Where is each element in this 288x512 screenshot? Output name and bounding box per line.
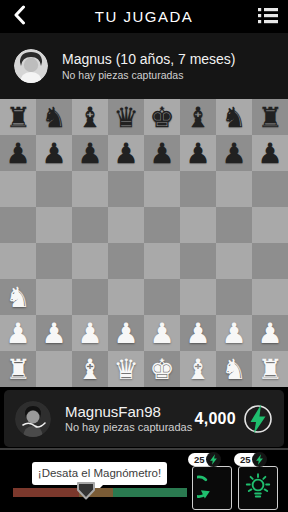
piece-black-pawn[interactable]: ♟ [216,135,252,171]
square-c2[interactable]: ♟ [72,315,108,351]
square-g8[interactable]: ♞ [216,99,252,135]
bottom-controls: ¡Desata el Magnómetro! [0,450,288,512]
square-f3[interactable] [180,279,216,315]
badge-bolt-icon [206,452,221,467]
square-f7[interactable]: ♟ [180,135,216,171]
square-c5[interactable] [72,207,108,243]
piece-black-pawn[interactable]: ♟ [36,135,72,171]
app-screen: TU JUGADA Magnus [0,0,288,512]
piece-black-knight[interactable]: ♞ [36,99,72,135]
square-e2[interactable]: ♟ [144,315,180,351]
piece-white-rook[interactable]: ♜ [0,351,36,387]
square-e5[interactable] [144,207,180,243]
piece-black-king[interactable]: ♚ [144,99,180,135]
square-h5[interactable] [252,207,288,243]
shield-pointer-icon[interactable] [74,481,98,501]
square-h4[interactable] [252,243,288,279]
user-info-card: MagnusFan98 No hay piezas capturadas 4,0… [4,390,284,447]
piece-white-pawn[interactable]: ♟ [144,315,180,351]
opponent-texts: Magnus (10 años, 7 meses) No hay piezas … [62,51,236,82]
piece-white-pawn[interactable]: ♟ [180,315,216,351]
badge-bolt-icon [252,452,267,467]
lightbulb-icon [243,472,273,509]
menu-button[interactable] [257,7,279,27]
square-b6[interactable] [36,171,72,207]
square-f1[interactable]: ♝ [180,351,216,387]
user-texts: MagnusFan98 No hay piezas capturadas [65,403,192,434]
square-c3[interactable] [72,279,108,315]
undo-count: 25 [188,453,214,466]
piece-white-pawn[interactable]: ♟ [72,315,108,351]
square-d8[interactable]: ♛ [108,99,144,135]
square-f8[interactable]: ♝ [180,99,216,135]
piece-white-knight[interactable]: ♞ [0,279,36,315]
meter-green-segment [113,488,187,497]
square-b8[interactable]: ♞ [36,99,72,135]
square-d7[interactable]: ♟ [108,135,144,171]
piece-white-bishop[interactable]: ♝ [72,351,108,387]
piece-black-pawn[interactable]: ♟ [108,135,144,171]
square-h8[interactable]: ♜ [252,99,288,135]
square-e3[interactable] [144,279,180,315]
undo-arrow-icon [197,472,227,509]
square-h3[interactable] [252,279,288,315]
opponent-info-bar: Magnus (10 años, 7 meses) No hay piezas … [0,33,288,99]
piece-black-bishop[interactable]: ♝ [180,99,216,135]
square-b2[interactable]: ♟ [36,315,72,351]
square-e8[interactable]: ♚ [144,99,180,135]
square-g7[interactable]: ♟ [216,135,252,171]
piece-black-rook[interactable]: ♜ [252,99,288,135]
square-g2[interactable]: ♟ [216,315,252,351]
lightning-bolt-icon [240,401,276,437]
piece-white-pawn[interactable]: ♟ [216,315,252,351]
user-name: MagnusFan98 [65,403,192,420]
square-g3[interactable] [216,279,252,315]
square-d6[interactable] [108,171,144,207]
square-b1[interactable] [36,351,72,387]
square-a6[interactable] [0,171,36,207]
square-a2[interactable]: ♟ [0,315,36,351]
square-a7[interactable]: ♟ [0,135,36,171]
piece-white-pawn[interactable]: ♟ [36,315,72,351]
square-d1[interactable]: ♛ [108,351,144,387]
piece-white-pawn[interactable]: ♟ [108,315,144,351]
square-g5[interactable] [216,207,252,243]
square-g1[interactable]: ♞ [216,351,252,387]
top-bar: TU JUGADA [0,0,288,33]
square-c4[interactable] [72,243,108,279]
square-d3[interactable] [108,279,144,315]
square-f5[interactable] [180,207,216,243]
piece-black-pawn[interactable]: ♟ [144,135,180,171]
meter-red-segment [13,488,79,497]
square-d4[interactable] [108,243,144,279]
piece-white-pawn[interactable]: ♟ [252,315,288,351]
undo-count-badge: 25 [188,452,221,467]
square-c7[interactable]: ♟ [72,135,108,171]
piece-black-queen[interactable]: ♛ [108,99,144,135]
chess-board: ♜♞♝♛♚♝♞♜♟♟♟♟♟♟♟♟♞♟♟♟♟♟♟♟♟♜♝♛♚♝♞♜ [0,99,288,387]
square-d2[interactable]: ♟ [108,315,144,351]
piece-black-pawn[interactable]: ♟ [72,135,108,171]
square-g4[interactable] [216,243,252,279]
square-a5[interactable] [0,207,36,243]
square-c1[interactable]: ♝ [72,351,108,387]
square-a8[interactable]: ♜ [0,99,36,135]
opponent-name: Magnus (10 años, 7 meses) [62,51,236,68]
square-c8[interactable]: ♝ [72,99,108,135]
square-b4[interactable] [36,243,72,279]
square-c6[interactable] [72,171,108,207]
piece-black-pawn[interactable]: ♟ [0,135,36,171]
piece-white-knight[interactable]: ♞ [216,351,252,387]
piece-white-rook[interactable]: ♜ [252,351,288,387]
square-f2[interactable]: ♟ [180,315,216,351]
piece-white-king[interactable]: ♚ [144,351,180,387]
square-a4[interactable] [0,243,36,279]
energy-score: 4,000 [194,410,236,428]
square-b3[interactable] [36,279,72,315]
piece-white-bishop[interactable]: ♝ [180,351,216,387]
piece-black-pawn[interactable]: ♟ [180,135,216,171]
square-b7[interactable]: ♟ [36,135,72,171]
magnometer-tooltip: ¡Desata el Magnómetro! [32,462,167,485]
hint-count: 25 [234,453,260,466]
piece-black-knight[interactable]: ♞ [216,99,252,135]
opponent-avatar [14,49,48,83]
piece-black-bishop[interactable]: ♝ [72,99,108,135]
square-a1[interactable]: ♜ [0,351,36,387]
user-captures: No hay piezas capturadas [65,420,192,434]
hint-button[interactable] [238,466,278,510]
square-g6[interactable] [216,171,252,207]
square-h7[interactable]: ♟ [252,135,288,171]
page-title: TU JUGADA [0,0,288,33]
square-b5[interactable] [36,207,72,243]
square-a3[interactable]: ♞ [0,279,36,315]
square-e4[interactable] [144,243,180,279]
square-f6[interactable] [180,171,216,207]
square-f4[interactable] [180,243,216,279]
square-h6[interactable] [252,171,288,207]
square-e7[interactable]: ♟ [144,135,180,171]
square-e6[interactable] [144,171,180,207]
undo-button[interactable] [192,466,232,510]
piece-black-pawn[interactable]: ♟ [252,135,288,171]
piece-black-rook[interactable]: ♜ [0,99,36,135]
user-avatar [15,401,51,437]
square-h2[interactable]: ♟ [252,315,288,351]
square-d5[interactable] [108,207,144,243]
piece-white-queen[interactable]: ♛ [108,351,144,387]
opponent-captures: No hay piezas capturadas [62,68,236,82]
list-menu-icon [258,7,278,28]
hint-count-badge: 25 [234,452,267,467]
square-h1[interactable]: ♜ [252,351,288,387]
magnometer-bar[interactable] [13,488,187,497]
square-e1[interactable]: ♚ [144,351,180,387]
piece-white-pawn[interactable]: ♟ [0,315,36,351]
